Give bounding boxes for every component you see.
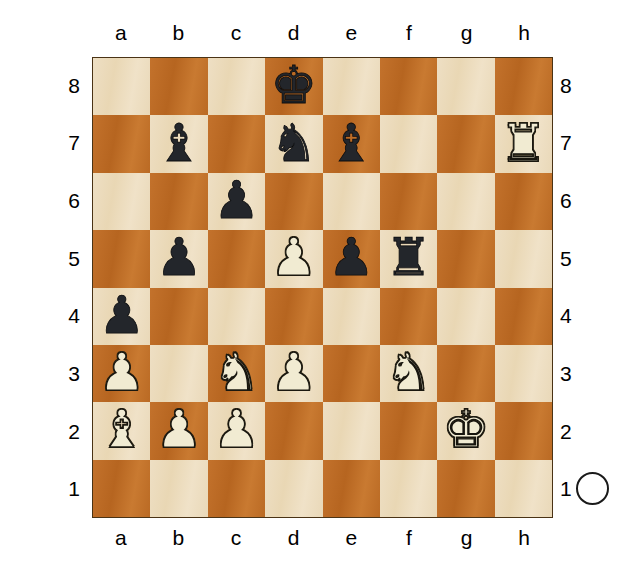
file-label-h: h [495,526,553,550]
square-h5[interactable] [495,230,552,287]
square-h3[interactable] [495,345,552,402]
file-label-c: c [207,21,265,45]
square-d8[interactable]: ♚ [265,58,322,115]
rank-label-5: 5 [558,230,586,288]
square-a7[interactable] [93,115,150,172]
square-c6[interactable]: ♟ [208,173,265,230]
black-pawn: ♟ [98,289,145,344]
rank-label-2: 2 [558,403,586,461]
square-h6[interactable] [495,173,552,230]
white-pawn: ♟ [271,346,318,401]
file-labels-top: abcdefgh [92,21,553,45]
rank-label-1: 1 [56,460,84,518]
black-knight: ♞ [271,117,318,172]
file-label-h: h [495,21,553,45]
square-d1[interactable] [265,460,322,517]
rank-label-4: 4 [558,288,586,346]
square-f8[interactable] [380,58,437,115]
rank-label-6: 6 [558,172,586,230]
file-label-a: a [92,526,150,550]
square-h4[interactable] [495,288,552,345]
square-b3[interactable] [150,345,207,402]
square-a8[interactable] [93,58,150,115]
square-f6[interactable] [380,173,437,230]
black-king: ♚ [271,59,318,114]
file-label-f: f [380,526,438,550]
rank-label-8: 8 [558,57,586,115]
square-d2[interactable] [265,402,322,459]
chess-board: ♚♝♞♝♜♟♟♟♟♜♟♟♞♟♞♝♟♟♚ [92,57,553,518]
white-knight: ♞ [213,346,260,401]
square-c2[interactable]: ♟ [208,402,265,459]
square-a2[interactable]: ♝ [93,402,150,459]
square-e7[interactable]: ♝ [323,115,380,172]
black-rook: ♜ [385,231,432,286]
square-g8[interactable] [437,58,494,115]
rank-labels-right: 87654321 [558,57,586,518]
rank-label-8: 8 [56,57,84,115]
rank-label-2: 2 [56,403,84,461]
square-g1[interactable] [437,460,494,517]
white-bishop: ♝ [98,403,145,458]
file-label-d: d [265,526,323,550]
square-d7[interactable]: ♞ [265,115,322,172]
square-b1[interactable] [150,460,207,517]
file-label-f: f [380,21,438,45]
square-g2[interactable]: ♚ [437,402,494,459]
square-e2[interactable] [323,402,380,459]
square-e4[interactable] [323,288,380,345]
square-f4[interactable] [380,288,437,345]
square-d6[interactable] [265,173,322,230]
square-c5[interactable] [208,230,265,287]
square-a3[interactable]: ♟ [93,345,150,402]
file-label-b: b [150,526,208,550]
square-e6[interactable] [323,173,380,230]
square-c7[interactable] [208,115,265,172]
square-e8[interactable] [323,58,380,115]
rank-label-6: 6 [56,172,84,230]
file-label-g: g [438,21,496,45]
black-pawn: ♟ [213,174,260,229]
black-bishop: ♝ [328,117,375,172]
square-b8[interactable] [150,58,207,115]
white-pawn: ♟ [271,231,318,286]
square-f3[interactable]: ♞ [380,345,437,402]
square-b4[interactable] [150,288,207,345]
square-c1[interactable] [208,460,265,517]
square-g6[interactable] [437,173,494,230]
square-b6[interactable] [150,173,207,230]
square-d3[interactable]: ♟ [265,345,322,402]
square-b2[interactable]: ♟ [150,402,207,459]
file-labels-bottom: abcdefgh [92,526,553,550]
white-king: ♚ [443,403,490,458]
rank-label-3: 3 [558,345,586,403]
white-knight: ♞ [385,346,432,401]
square-b7[interactable]: ♝ [150,115,207,172]
square-h1[interactable] [495,460,552,517]
chess-diagram: abcdefgh 87654321 ♚♝♞♝♜♟♟♟♟♜♟♟♞♟♞♝♟♟♚ 87… [0,0,641,566]
square-g7[interactable] [437,115,494,172]
white-pawn: ♟ [156,403,203,458]
square-f1[interactable] [380,460,437,517]
rank-label-7: 7 [56,115,84,173]
square-e1[interactable] [323,460,380,517]
black-pawn: ♟ [328,231,375,286]
square-d5[interactable]: ♟ [265,230,322,287]
file-label-b: b [150,21,208,45]
square-g3[interactable] [437,345,494,402]
rank-labels-left: 87654321 [56,57,84,518]
rank-label-7: 7 [558,115,586,173]
square-d4[interactable] [265,288,322,345]
square-h2[interactable] [495,402,552,459]
square-a6[interactable] [93,173,150,230]
square-g5[interactable] [437,230,494,287]
square-e5[interactable]: ♟ [323,230,380,287]
file-label-c: c [207,526,265,550]
file-label-e: e [323,21,381,45]
square-a5[interactable] [93,230,150,287]
square-c8[interactable] [208,58,265,115]
black-pawn: ♟ [156,231,203,286]
square-c3[interactable]: ♞ [208,345,265,402]
square-e3[interactable] [323,345,380,402]
square-h8[interactable] [495,58,552,115]
square-g4[interactable] [437,288,494,345]
rank-label-5: 5 [56,230,84,288]
square-h7[interactable]: ♜ [495,115,552,172]
white-pawn: ♟ [213,403,260,458]
square-a4[interactable]: ♟ [93,288,150,345]
rank-label-3: 3 [56,345,84,403]
square-b5[interactable]: ♟ [150,230,207,287]
file-label-d: d [265,21,323,45]
white-pawn: ♟ [98,346,145,401]
file-label-g: g [438,526,496,550]
square-c4[interactable] [208,288,265,345]
square-f7[interactable] [380,115,437,172]
square-f2[interactable] [380,402,437,459]
side-to-move-indicator [576,472,609,505]
white-rook: ♜ [500,117,547,172]
square-f5[interactable]: ♜ [380,230,437,287]
file-label-e: e [323,526,381,550]
rank-label-4: 4 [56,288,84,346]
black-bishop: ♝ [156,117,203,172]
file-label-a: a [92,21,150,45]
square-a1[interactable] [93,460,150,517]
